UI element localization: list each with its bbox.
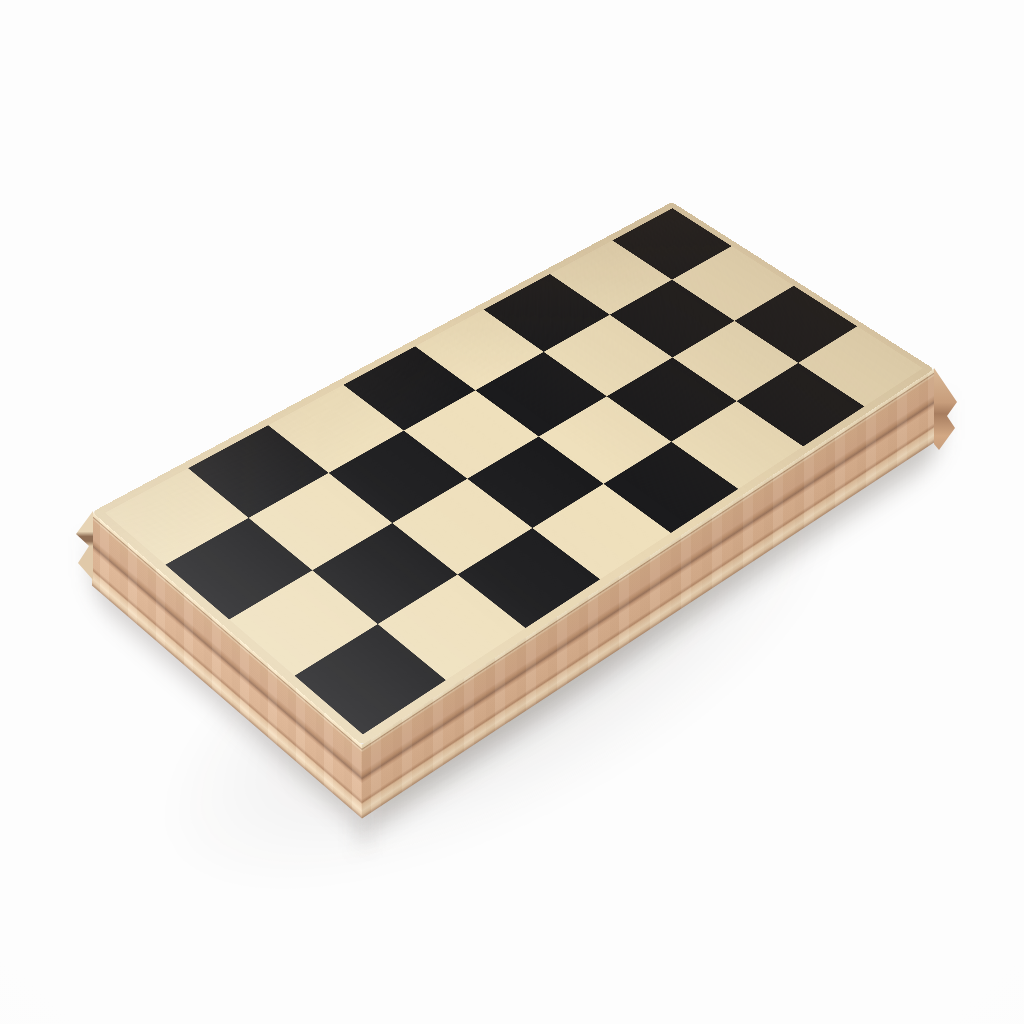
- hinge-corner-wood: [930, 364, 964, 456]
- product-photo-stage: [0, 0, 1024, 1024]
